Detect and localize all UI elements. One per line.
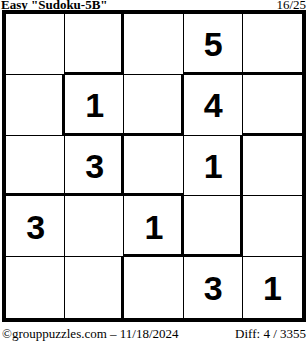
cell-r3c2-given: 3 — [65, 136, 124, 197]
cell-r4c2-empty[interactable] — [65, 196, 124, 257]
cell-r4c1-given: 3 — [6, 196, 65, 257]
sudoku-page: Easy "Sudoku-5B" 16/25 514313131 ©groupp… — [0, 0, 308, 343]
cell-r2c2-given: 1 — [65, 75, 124, 136]
cell-r1c2-empty[interactable] — [65, 14, 124, 75]
cell-r2c1-empty[interactable] — [6, 75, 65, 136]
difficulty-text: Diff: 4 / 3355 — [235, 326, 306, 342]
cell-r3c1-empty[interactable] — [6, 136, 65, 197]
cell-r5c5-given: 1 — [243, 257, 302, 318]
cell-r4c4-empty[interactable] — [184, 196, 243, 257]
cell-r2c5-empty[interactable] — [243, 75, 302, 136]
cell-r1c5-empty[interactable] — [243, 14, 302, 75]
cell-r5c3-empty[interactable] — [124, 257, 183, 318]
cell-r1c4-given: 5 — [184, 14, 243, 75]
copyright-date-text: ©grouppuzzles.com – 11/18/2024 — [2, 326, 179, 342]
cell-r2c3-empty[interactable] — [124, 75, 183, 136]
cell-r2c4-given: 4 — [184, 75, 243, 136]
sudoku-board: 514313131 — [2, 10, 306, 322]
cell-r5c2-empty[interactable] — [65, 257, 124, 318]
cell-r1c3-empty[interactable] — [124, 14, 183, 75]
cell-r1c1-empty[interactable] — [6, 14, 65, 75]
cell-r5c4-given: 3 — [184, 257, 243, 318]
cell-r5c1-empty[interactable] — [6, 257, 65, 318]
cell-r4c5-empty[interactable] — [243, 196, 302, 257]
cell-r3c4-given: 1 — [184, 136, 243, 197]
cell-r4c3-given: 1 — [124, 196, 183, 257]
cell-r3c3-empty[interactable] — [124, 136, 183, 197]
cell-r3c5-empty[interactable] — [243, 136, 302, 197]
